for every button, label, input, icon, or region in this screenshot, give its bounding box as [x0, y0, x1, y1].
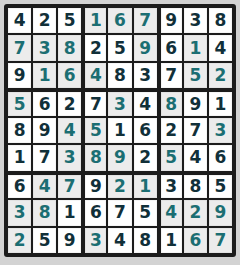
cell-r3c2[interactable]: 1 — [33, 63, 56, 88]
cell-r5c6[interactable]: 6 — [134, 118, 157, 143]
cell-r8c3[interactable]: 1 — [58, 200, 81, 225]
cell-r8c5[interactable]: 7 — [108, 200, 131, 225]
cell-r7c6[interactable]: 1 — [134, 173, 157, 198]
cell-r4c1[interactable]: 5 — [8, 90, 31, 115]
cell-r6c8[interactable]: 4 — [184, 145, 207, 170]
cell-r9c2[interactable]: 5 — [33, 228, 56, 253]
cell-r4c3[interactable]: 2 — [58, 90, 81, 115]
cell-r7c7[interactable]: 3 — [159, 173, 182, 198]
cell-r1c2[interactable]: 2 — [33, 8, 56, 33]
cell-r1c4[interactable]: 1 — [83, 8, 106, 33]
cell-r4c5[interactable]: 3 — [108, 90, 131, 115]
cell-r8c4[interactable]: 6 — [83, 200, 106, 225]
cell-r4c6[interactable]: 4 — [134, 90, 157, 115]
cell-r4c8[interactable]: 9 — [184, 90, 207, 115]
cell-r3c4[interactable]: 4 — [83, 63, 106, 88]
cell-r3c1[interactable]: 9 — [8, 63, 31, 88]
cell-r7c8[interactable]: 8 — [184, 173, 207, 198]
cell-r6c5[interactable]: 9 — [108, 145, 131, 170]
cell-r2c2[interactable]: 3 — [33, 35, 56, 60]
cell-r5c2[interactable]: 9 — [33, 118, 56, 143]
cell-r4c7[interactable]: 8 — [159, 90, 182, 115]
cell-r7c2[interactable]: 4 — [33, 173, 56, 198]
cell-r6c1[interactable]: 1 — [8, 145, 31, 170]
cell-r1c5[interactable]: 6 — [108, 8, 131, 33]
cell-r8c9[interactable]: 9 — [209, 200, 232, 225]
cell-r6c2[interactable]: 7 — [33, 145, 56, 170]
cell-r6c4[interactable]: 8 — [83, 145, 106, 170]
cell-r3c5[interactable]: 8 — [108, 63, 131, 88]
cell-r2c7[interactable]: 6 — [159, 35, 182, 60]
cell-r6c9[interactable]: 6 — [209, 145, 232, 170]
cell-r6c3[interactable]: 3 — [58, 145, 81, 170]
cell-r8c8[interactable]: 2 — [184, 200, 207, 225]
cell-r1c9[interactable]: 8 — [209, 8, 232, 33]
cell-r9c4[interactable]: 3 — [83, 228, 106, 253]
sudoku-grid: 4251679387382596149164837525627348918945… — [8, 8, 232, 253]
cell-r1c3[interactable]: 5 — [58, 8, 81, 33]
cell-r3c6[interactable]: 3 — [134, 63, 157, 88]
cell-r2c5[interactable]: 5 — [108, 35, 131, 60]
cell-r4c9[interactable]: 1 — [209, 90, 232, 115]
cell-r5c7[interactable]: 2 — [159, 118, 182, 143]
sudoku-app: { "game": "sudoku", "board": { "size": 9… — [0, 0, 240, 265]
cell-r3c7[interactable]: 7 — [159, 63, 182, 88]
cell-r2c8[interactable]: 1 — [184, 35, 207, 60]
cell-r3c3[interactable]: 6 — [58, 63, 81, 88]
cell-r4c4[interactable]: 7 — [83, 90, 106, 115]
cell-r5c3[interactable]: 4 — [58, 118, 81, 143]
cell-r7c1[interactable]: 6 — [8, 173, 31, 198]
cell-r1c7[interactable]: 9 — [159, 8, 182, 33]
cell-r9c8[interactable]: 6 — [184, 228, 207, 253]
cell-r9c3[interactable]: 9 — [58, 228, 81, 253]
cell-r2c4[interactable]: 2 — [83, 35, 106, 60]
cell-r7c5[interactable]: 2 — [108, 173, 131, 198]
cell-r6c7[interactable]: 5 — [159, 145, 182, 170]
cell-r5c5[interactable]: 1 — [108, 118, 131, 143]
cell-r2c1[interactable]: 7 — [8, 35, 31, 60]
cell-r1c6[interactable]: 7 — [134, 8, 157, 33]
cell-r7c4[interactable]: 9 — [83, 173, 106, 198]
cell-r2c6[interactable]: 9 — [134, 35, 157, 60]
cell-r5c4[interactable]: 5 — [83, 118, 106, 143]
cell-r2c9[interactable]: 4 — [209, 35, 232, 60]
cell-r5c1[interactable]: 8 — [8, 118, 31, 143]
cell-r8c2[interactable]: 8 — [33, 200, 56, 225]
cell-r2c3[interactable]: 8 — [58, 35, 81, 60]
cell-r8c7[interactable]: 4 — [159, 200, 182, 225]
cell-r5c9[interactable]: 3 — [209, 118, 232, 143]
cell-r4c2[interactable]: 6 — [33, 90, 56, 115]
cell-r6c6[interactable]: 2 — [134, 145, 157, 170]
cell-r9c7[interactable]: 1 — [159, 228, 182, 253]
cell-r9c9[interactable]: 7 — [209, 228, 232, 253]
cell-r7c3[interactable]: 7 — [58, 173, 81, 198]
cell-r7c9[interactable]: 5 — [209, 173, 232, 198]
cell-r8c1[interactable]: 3 — [8, 200, 31, 225]
sudoku-board: 4251679387382596149164837525627348918945… — [4, 4, 236, 257]
cell-r5c8[interactable]: 7 — [184, 118, 207, 143]
cell-r9c5[interactable]: 4 — [108, 228, 131, 253]
cell-r1c1[interactable]: 4 — [8, 8, 31, 33]
cell-r3c9[interactable]: 2 — [209, 63, 232, 88]
cell-r3c8[interactable]: 5 — [184, 63, 207, 88]
cell-r1c8[interactable]: 3 — [184, 8, 207, 33]
cell-r8c6[interactable]: 5 — [134, 200, 157, 225]
cell-r9c1[interactable]: 2 — [8, 228, 31, 253]
cell-r9c6[interactable]: 8 — [134, 228, 157, 253]
